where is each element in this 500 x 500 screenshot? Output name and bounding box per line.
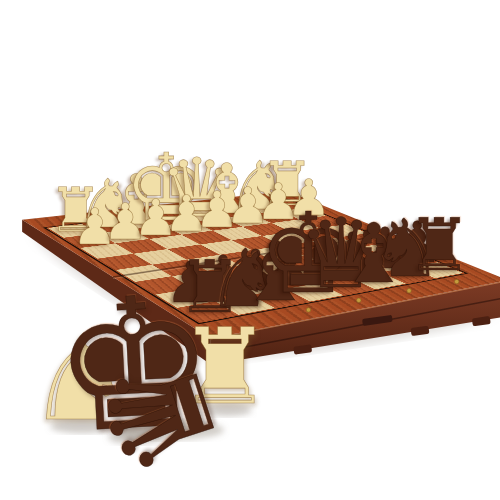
board-foot [411,326,430,336]
clasp-slot [362,315,393,326]
piece-black-rook-a8[interactable]: ♜ [403,209,475,281]
product-photo-stage: ♜♞♝♚♛♝♞♜♟♟♟♟♟♟♟♟♟♟♟♟♟♟♟♟♜♞♝♚♛♝♞♜ ♞♚♛♜ [0,0,500,500]
board-foot [472,316,491,326]
board-foot [293,344,312,354]
